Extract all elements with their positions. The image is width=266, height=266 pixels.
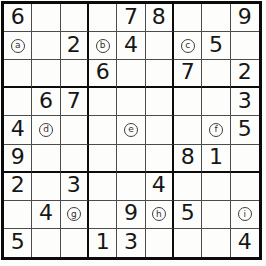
cell-r9c4[interactable]: 1 <box>89 229 117 257</box>
given-digit: 9 <box>238 6 252 28</box>
given-digit: 5 <box>238 118 252 140</box>
cell-r1c1[interactable]: 6 <box>4 4 32 32</box>
circled-letter-i: i <box>238 207 252 221</box>
cell-r4c1[interactable] <box>4 88 32 116</box>
circled-letter-h: h <box>152 207 166 221</box>
circled-letter-g: g <box>67 207 81 221</box>
given-digit: 6 <box>11 6 25 28</box>
given-digit: 6 <box>39 90 53 112</box>
cell-r8c8[interactable] <box>202 201 230 229</box>
given-digit: 4 <box>152 174 166 196</box>
sudoku-page: 6789a2b4c56726734def59812344g9h5i5134 <box>0 0 266 266</box>
cell-r3c7[interactable]: 7 <box>174 60 202 88</box>
given-digit: 4 <box>11 118 25 140</box>
cell-r9c1[interactable]: 5 <box>4 229 32 257</box>
cell-r2c7[interactable]: c <box>174 32 202 60</box>
sudoku-board: 6789a2b4c56726734def59812344g9h5i5134 <box>1 1 262 260</box>
cell-r3c1[interactable] <box>4 60 32 88</box>
cell-r1c9[interactable]: 9 <box>231 4 259 32</box>
cell-r3c6[interactable] <box>146 60 174 88</box>
given-digit: 4 <box>39 202 53 224</box>
given-digit: 8 <box>152 6 166 28</box>
cell-r8c4[interactable] <box>89 201 117 229</box>
cell-r3c8[interactable] <box>202 60 230 88</box>
cell-r4c6[interactable] <box>146 88 174 116</box>
cell-r7c9[interactable] <box>231 173 259 201</box>
cell-r6c7[interactable]: 8 <box>174 145 202 173</box>
cell-r5c8[interactable]: f <box>202 116 230 144</box>
cell-r4c9[interactable]: 3 <box>231 88 259 116</box>
given-digit: 4 <box>238 231 252 253</box>
cell-r8c3[interactable]: g <box>61 201 89 229</box>
cell-r8c7[interactable]: 5 <box>174 201 202 229</box>
cell-r6c3[interactable] <box>61 145 89 173</box>
cell-r7c8[interactable] <box>202 173 230 201</box>
given-digit: 7 <box>124 6 138 28</box>
cell-r7c2[interactable] <box>32 173 60 201</box>
cell-r6c2[interactable] <box>32 145 60 173</box>
circled-letter-d: d <box>39 123 53 137</box>
cell-r4c8[interactable] <box>202 88 230 116</box>
cell-r2c9[interactable] <box>231 32 259 60</box>
cell-r2c8[interactable]: 5 <box>202 32 230 60</box>
given-digit: 7 <box>67 90 81 112</box>
cell-r2c1[interactable]: a <box>4 32 32 60</box>
cell-r8c1[interactable] <box>4 201 32 229</box>
cell-r3c4[interactable]: 6 <box>89 60 117 88</box>
cell-r9c5[interactable]: 3 <box>117 229 145 257</box>
cell-r6c1[interactable]: 9 <box>4 145 32 173</box>
given-digit: 2 <box>67 34 81 56</box>
cell-r6c8[interactable]: 1 <box>202 145 230 173</box>
cell-r8c9[interactable]: i <box>231 201 259 229</box>
cell-r5c7[interactable] <box>174 116 202 144</box>
cell-r7c4[interactable] <box>89 173 117 201</box>
cell-r5c2[interactable]: d <box>32 116 60 144</box>
cell-r2c5[interactable]: 4 <box>117 32 145 60</box>
cell-r1c8[interactable] <box>202 4 230 32</box>
cell-r5c3[interactable] <box>61 116 89 144</box>
cell-r4c7[interactable] <box>174 88 202 116</box>
given-digit: 9 <box>124 202 138 224</box>
cell-r4c3[interactable]: 7 <box>61 88 89 116</box>
cell-r9c9[interactable]: 4 <box>231 229 259 257</box>
cell-r6c6[interactable] <box>146 145 174 173</box>
cell-r1c3[interactable] <box>61 4 89 32</box>
given-digit: 5 <box>181 202 195 224</box>
circled-letter-b: b <box>96 39 110 53</box>
cell-r9c3[interactable] <box>61 229 89 257</box>
cell-r9c6[interactable] <box>146 229 174 257</box>
cell-r7c5[interactable] <box>117 173 145 201</box>
given-digit: 5 <box>209 34 223 56</box>
cell-r7c3[interactable]: 3 <box>61 173 89 201</box>
circled-letter-c: c <box>181 39 195 53</box>
cell-r3c9[interactable]: 2 <box>231 60 259 88</box>
given-digit: 5 <box>11 231 25 253</box>
cell-r2c3[interactable]: 2 <box>61 32 89 60</box>
cell-r3c3[interactable] <box>61 60 89 88</box>
cell-r7c7[interactable] <box>174 173 202 201</box>
cell-r2c2[interactable] <box>32 32 60 60</box>
given-digit: 3 <box>238 90 252 112</box>
cell-r6c9[interactable] <box>231 145 259 173</box>
cell-r5c9[interactable]: 5 <box>231 116 259 144</box>
cell-r1c5[interactable]: 7 <box>117 4 145 32</box>
circled-letter-a: a <box>11 39 25 53</box>
cell-r1c4[interactable] <box>89 4 117 32</box>
cell-r9c8[interactable] <box>202 229 230 257</box>
given-digit: 3 <box>67 174 81 196</box>
cell-r4c2[interactable]: 6 <box>32 88 60 116</box>
cell-r1c2[interactable] <box>32 4 60 32</box>
circled-letter-e: e <box>124 123 138 137</box>
given-digit: 2 <box>238 61 252 83</box>
cell-r9c7[interactable] <box>174 229 202 257</box>
cell-r9c2[interactable] <box>32 229 60 257</box>
cell-r5c6[interactable] <box>146 116 174 144</box>
cell-r3c5[interactable] <box>117 60 145 88</box>
given-digit: 8 <box>181 146 195 168</box>
cell-r1c6[interactable]: 8 <box>146 4 174 32</box>
given-digit: 2 <box>11 174 25 196</box>
cell-r5c1[interactable]: 4 <box>4 116 32 144</box>
cell-r7c6[interactable]: 4 <box>146 173 174 201</box>
given-digit: 1 <box>209 146 223 168</box>
cell-r8c6[interactable]: h <box>146 201 174 229</box>
given-digit: 4 <box>124 34 138 56</box>
cell-r2c4[interactable]: b <box>89 32 117 60</box>
given-digit: 6 <box>96 61 110 83</box>
cell-r1c7[interactable] <box>174 4 202 32</box>
cell-r7c1[interactable]: 2 <box>4 173 32 201</box>
cell-r6c5[interactable] <box>117 145 145 173</box>
cell-r4c5[interactable] <box>117 88 145 116</box>
cell-r6c4[interactable] <box>89 145 117 173</box>
given-digit: 7 <box>181 61 195 83</box>
cell-r5c5[interactable]: e <box>117 116 145 144</box>
cell-r8c2[interactable]: 4 <box>32 201 60 229</box>
circled-letter-f: f <box>209 123 223 137</box>
given-digit: 3 <box>124 231 138 253</box>
given-digit: 1 <box>96 231 110 253</box>
cell-r2c6[interactable] <box>146 32 174 60</box>
cell-r4c4[interactable] <box>89 88 117 116</box>
cell-r8c5[interactable]: 9 <box>117 201 145 229</box>
cell-r3c2[interactable] <box>32 60 60 88</box>
cell-r5c4[interactable] <box>89 116 117 144</box>
given-digit: 9 <box>11 146 25 168</box>
